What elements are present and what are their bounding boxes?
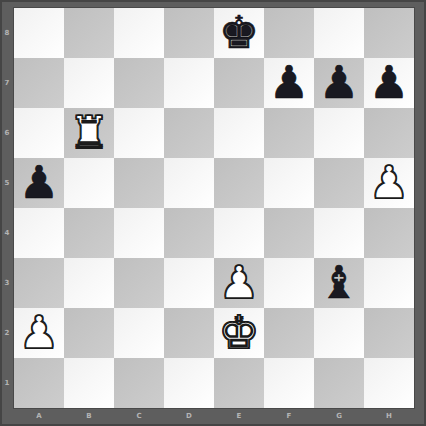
rank-label-7: 7	[0, 58, 14, 108]
square-g5[interactable]	[314, 158, 364, 208]
square-d3[interactable]	[164, 258, 214, 308]
chess-board[interactable]: ♚♟♟♟♜♟♟♟♝♟♚	[14, 8, 414, 408]
square-e2[interactable]: ♚	[214, 308, 264, 358]
piece-white-pawn[interactable]: ♟	[14, 308, 64, 358]
square-d4[interactable]	[164, 208, 214, 258]
square-e7[interactable]	[214, 58, 264, 108]
file-label-a: A	[14, 408, 64, 426]
square-e6[interactable]	[214, 108, 264, 158]
square-h4[interactable]	[364, 208, 414, 258]
square-a8[interactable]	[14, 8, 64, 58]
square-c6[interactable]	[114, 108, 164, 158]
file-label-f: F	[264, 408, 314, 426]
piece-black-pawn[interactable]: ♟	[364, 58, 414, 108]
piece-white-rook[interactable]: ♜	[64, 108, 114, 158]
piece-white-pawn[interactable]: ♟	[364, 158, 414, 208]
square-a4[interactable]	[14, 208, 64, 258]
square-g4[interactable]	[314, 208, 364, 258]
piece-black-pawn[interactable]: ♟	[314, 58, 364, 108]
file-label-g: G	[314, 408, 364, 426]
rank-label-3: 3	[0, 258, 14, 308]
square-b8[interactable]	[64, 8, 114, 58]
square-e4[interactable]	[214, 208, 264, 258]
square-a1[interactable]	[14, 358, 64, 408]
square-b5[interactable]	[64, 158, 114, 208]
square-c2[interactable]	[114, 308, 164, 358]
file-label-e: E	[214, 408, 264, 426]
square-a6[interactable]	[14, 108, 64, 158]
square-f1[interactable]	[264, 358, 314, 408]
square-b7[interactable]	[64, 58, 114, 108]
square-f7[interactable]: ♟	[264, 58, 314, 108]
piece-white-pawn[interactable]: ♟	[214, 258, 264, 308]
file-label-c: C	[114, 408, 164, 426]
rank-label-6: 6	[0, 108, 14, 158]
file-labels: ABCDEFGH	[14, 408, 414, 426]
square-f3[interactable]	[264, 258, 314, 308]
square-f5[interactable]	[264, 158, 314, 208]
square-g2[interactable]	[314, 308, 364, 358]
square-g1[interactable]	[314, 358, 364, 408]
square-e3[interactable]: ♟	[214, 258, 264, 308]
square-c3[interactable]	[114, 258, 164, 308]
piece-black-pawn[interactable]: ♟	[264, 58, 314, 108]
square-d1[interactable]	[164, 358, 214, 408]
square-a7[interactable]	[14, 58, 64, 108]
piece-black-bishop[interactable]: ♝	[314, 258, 364, 308]
file-label-d: D	[164, 408, 214, 426]
square-c7[interactable]	[114, 58, 164, 108]
square-g7[interactable]: ♟	[314, 58, 364, 108]
square-c1[interactable]	[114, 358, 164, 408]
file-label-h: H	[364, 408, 414, 426]
file-label-b: B	[64, 408, 114, 426]
square-h1[interactable]	[364, 358, 414, 408]
square-d5[interactable]	[164, 158, 214, 208]
square-c4[interactable]	[114, 208, 164, 258]
square-g3[interactable]: ♝	[314, 258, 364, 308]
square-b4[interactable]	[64, 208, 114, 258]
square-e8[interactable]: ♚	[214, 8, 264, 58]
square-d8[interactable]	[164, 8, 214, 58]
rank-label-5: 5	[0, 158, 14, 208]
square-g6[interactable]	[314, 108, 364, 158]
rank-label-8: 8	[0, 8, 14, 58]
square-h3[interactable]	[364, 258, 414, 308]
square-a3[interactable]	[14, 258, 64, 308]
square-f6[interactable]	[264, 108, 314, 158]
square-f8[interactable]	[264, 8, 314, 58]
square-a5[interactable]: ♟	[14, 158, 64, 208]
piece-black-pawn[interactable]: ♟	[14, 158, 64, 208]
rank-labels: 87654321	[0, 8, 14, 408]
square-b2[interactable]	[64, 308, 114, 358]
square-d6[interactable]	[164, 108, 214, 158]
square-d7[interactable]	[164, 58, 214, 108]
rank-label-2: 2	[0, 308, 14, 358]
square-d2[interactable]	[164, 308, 214, 358]
square-f2[interactable]	[264, 308, 314, 358]
square-c8[interactable]	[114, 8, 164, 58]
piece-black-king[interactable]: ♚	[214, 8, 264, 58]
square-h6[interactable]	[364, 108, 414, 158]
chess-board-frame: 87654321 ♚♟♟♟♜♟♟♟♝♟♚ ABCDEFGH	[0, 0, 426, 426]
square-e1[interactable]	[214, 358, 264, 408]
rank-label-1: 1	[0, 358, 14, 408]
square-a2[interactable]: ♟	[14, 308, 64, 358]
square-g8[interactable]	[314, 8, 364, 58]
piece-white-king[interactable]: ♚	[214, 308, 264, 358]
square-h5[interactable]: ♟	[364, 158, 414, 208]
square-b6[interactable]: ♜	[64, 108, 114, 158]
square-f4[interactable]	[264, 208, 314, 258]
rank-label-4: 4	[0, 208, 14, 258]
square-c5[interactable]	[114, 158, 164, 208]
square-h2[interactable]	[364, 308, 414, 358]
square-b3[interactable]	[64, 258, 114, 308]
square-h8[interactable]	[364, 8, 414, 58]
square-b1[interactable]	[64, 358, 114, 408]
square-h7[interactable]: ♟	[364, 58, 414, 108]
square-e5[interactable]	[214, 158, 264, 208]
